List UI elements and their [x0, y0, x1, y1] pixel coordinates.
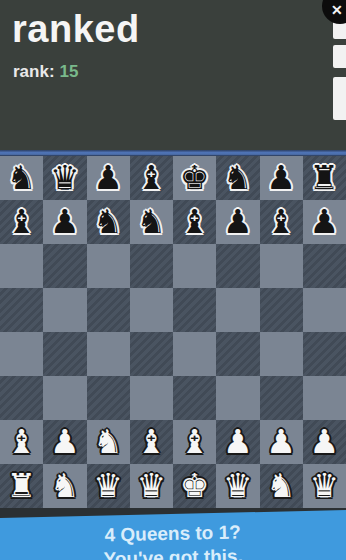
square-b7[interactable]: ♟: [43, 200, 86, 244]
black-bishop-piece: ♝: [266, 200, 296, 244]
white-pawn-piece: ♟: [50, 420, 80, 464]
square-e4[interactable]: [173, 332, 216, 376]
white-queen-piece: ♛: [310, 464, 340, 508]
square-b3[interactable]: [43, 376, 86, 420]
black-knight-piece: ♞: [137, 200, 167, 244]
square-d7[interactable]: ♞: [130, 200, 173, 244]
right-edge-panel-segment: [333, 45, 346, 68]
rank-label: rank:: [13, 62, 55, 81]
black-pawn-piece: ♟: [50, 200, 80, 244]
square-f8[interactable]: ♞: [216, 156, 259, 200]
rank-value: 15: [60, 62, 79, 81]
white-pawn-piece: ♟: [223, 420, 253, 464]
black-rook-piece: ♜: [310, 156, 340, 200]
square-h1[interactable]: ♛: [303, 464, 346, 508]
rank-line: rank:15: [13, 62, 79, 82]
square-d6[interactable]: [130, 244, 173, 288]
white-queen-piece: ♛: [93, 464, 123, 508]
square-a5[interactable]: [0, 288, 43, 332]
white-bishop-piece: ♝: [180, 420, 210, 464]
square-g6[interactable]: [260, 244, 303, 288]
square-f2[interactable]: ♟: [216, 420, 259, 464]
square-d4[interactable]: [130, 332, 173, 376]
square-g4[interactable]: [260, 332, 303, 376]
square-g8[interactable]: ♟: [260, 156, 303, 200]
square-h4[interactable]: [303, 332, 346, 376]
square-f1[interactable]: ♛: [216, 464, 259, 508]
header: ranked rank:15 ✕: [0, 0, 346, 156]
square-b4[interactable]: [43, 332, 86, 376]
square-b6[interactable]: [43, 244, 86, 288]
white-king-piece: ♚: [180, 464, 210, 508]
square-f3[interactable]: [216, 376, 259, 420]
square-b1[interactable]: ♞: [43, 464, 86, 508]
square-c5[interactable]: [87, 288, 130, 332]
square-h2[interactable]: ♟: [303, 420, 346, 464]
square-c4[interactable]: [87, 332, 130, 376]
white-queen-piece: ♛: [137, 464, 167, 508]
black-king-piece: ♚: [180, 156, 210, 200]
board: ♞♛♟♝♚♞♟♜♝♟♞♞♝♟♝♟♝♟♞♝♝♟♟♟♜♞♛♛♚♛♞♛: [0, 156, 346, 508]
black-pawn-piece: ♟: [310, 200, 340, 244]
black-knight-piece: ♞: [93, 200, 123, 244]
square-a8[interactable]: ♞: [0, 156, 43, 200]
square-d1[interactable]: ♛: [130, 464, 173, 508]
page-title: ranked: [12, 8, 140, 51]
square-a7[interactable]: ♝: [0, 200, 43, 244]
square-g3[interactable]: [260, 376, 303, 420]
black-knight-piece: ♞: [7, 156, 37, 200]
square-e1[interactable]: ♚: [173, 464, 216, 508]
black-knight-piece: ♞: [223, 156, 253, 200]
square-h3[interactable]: [303, 376, 346, 420]
square-e3[interactable]: [173, 376, 216, 420]
black-bishop-piece: ♝: [180, 200, 210, 244]
square-h8[interactable]: ♜: [303, 156, 346, 200]
square-a2[interactable]: ♝: [0, 420, 43, 464]
square-g1[interactable]: ♞: [260, 464, 303, 508]
square-c1[interactable]: ♛: [87, 464, 130, 508]
black-queen-piece: ♛: [50, 156, 80, 200]
black-pawn-piece: ♟: [223, 200, 253, 244]
square-a6[interactable]: [0, 244, 43, 288]
square-f7[interactable]: ♟: [216, 200, 259, 244]
square-g5[interactable]: [260, 288, 303, 332]
black-bishop-piece: ♝: [137, 156, 167, 200]
square-h6[interactable]: [303, 244, 346, 288]
square-e7[interactable]: ♝: [173, 200, 216, 244]
square-c8[interactable]: ♟: [87, 156, 130, 200]
square-d2[interactable]: ♝: [130, 420, 173, 464]
square-g7[interactable]: ♝: [260, 200, 303, 244]
black-pawn-piece: ♟: [93, 156, 123, 200]
close-button[interactable]: ✕: [322, 0, 346, 24]
white-bishop-piece: ♝: [137, 420, 167, 464]
white-pawn-piece: ♟: [266, 420, 296, 464]
square-e5[interactable]: [173, 288, 216, 332]
hint-banner: 4 Queens to 1? You've got this.: [0, 510, 346, 560]
square-b8[interactable]: ♛: [43, 156, 86, 200]
square-c6[interactable]: [87, 244, 130, 288]
black-bishop-piece: ♝: [7, 200, 37, 244]
white-bishop-piece: ♝: [7, 420, 37, 464]
square-a4[interactable]: [0, 332, 43, 376]
square-b5[interactable]: [43, 288, 86, 332]
square-a3[interactable]: [0, 376, 43, 420]
right-edge-panel-segment: [333, 77, 346, 120]
square-c2[interactable]: ♞: [87, 420, 130, 464]
square-f6[interactable]: [216, 244, 259, 288]
white-knight-piece: ♞: [266, 464, 296, 508]
white-knight-piece: ♞: [50, 464, 80, 508]
app-screen: ranked rank:15 ✕ ♞♛♟♝♚♞♟♜♝♟♞♞♝♟♝♟♝♟♞♝♝♟♟…: [0, 0, 346, 560]
square-e2[interactable]: ♝: [173, 420, 216, 464]
black-pawn-piece: ♟: [266, 156, 296, 200]
square-e6[interactable]: [173, 244, 216, 288]
white-queen-piece: ♛: [223, 464, 253, 508]
square-f4[interactable]: [216, 332, 259, 376]
square-d8[interactable]: ♝: [130, 156, 173, 200]
square-c3[interactable]: [87, 376, 130, 420]
square-d3[interactable]: [130, 376, 173, 420]
close-icon: ✕: [331, 2, 343, 18]
square-b2[interactable]: ♟: [43, 420, 86, 464]
white-rook-piece: ♜: [7, 464, 37, 508]
square-c7[interactable]: ♞: [87, 200, 130, 244]
square-h5[interactable]: [303, 288, 346, 332]
white-pawn-piece: ♟: [310, 420, 340, 464]
white-knight-piece: ♞: [93, 420, 123, 464]
square-g2[interactable]: ♟: [260, 420, 303, 464]
square-e8[interactable]: ♚: [173, 156, 216, 200]
square-a1[interactable]: ♜: [0, 464, 43, 508]
square-d5[interactable]: [130, 288, 173, 332]
square-f5[interactable]: [216, 288, 259, 332]
square-h7[interactable]: ♟: [303, 200, 346, 244]
